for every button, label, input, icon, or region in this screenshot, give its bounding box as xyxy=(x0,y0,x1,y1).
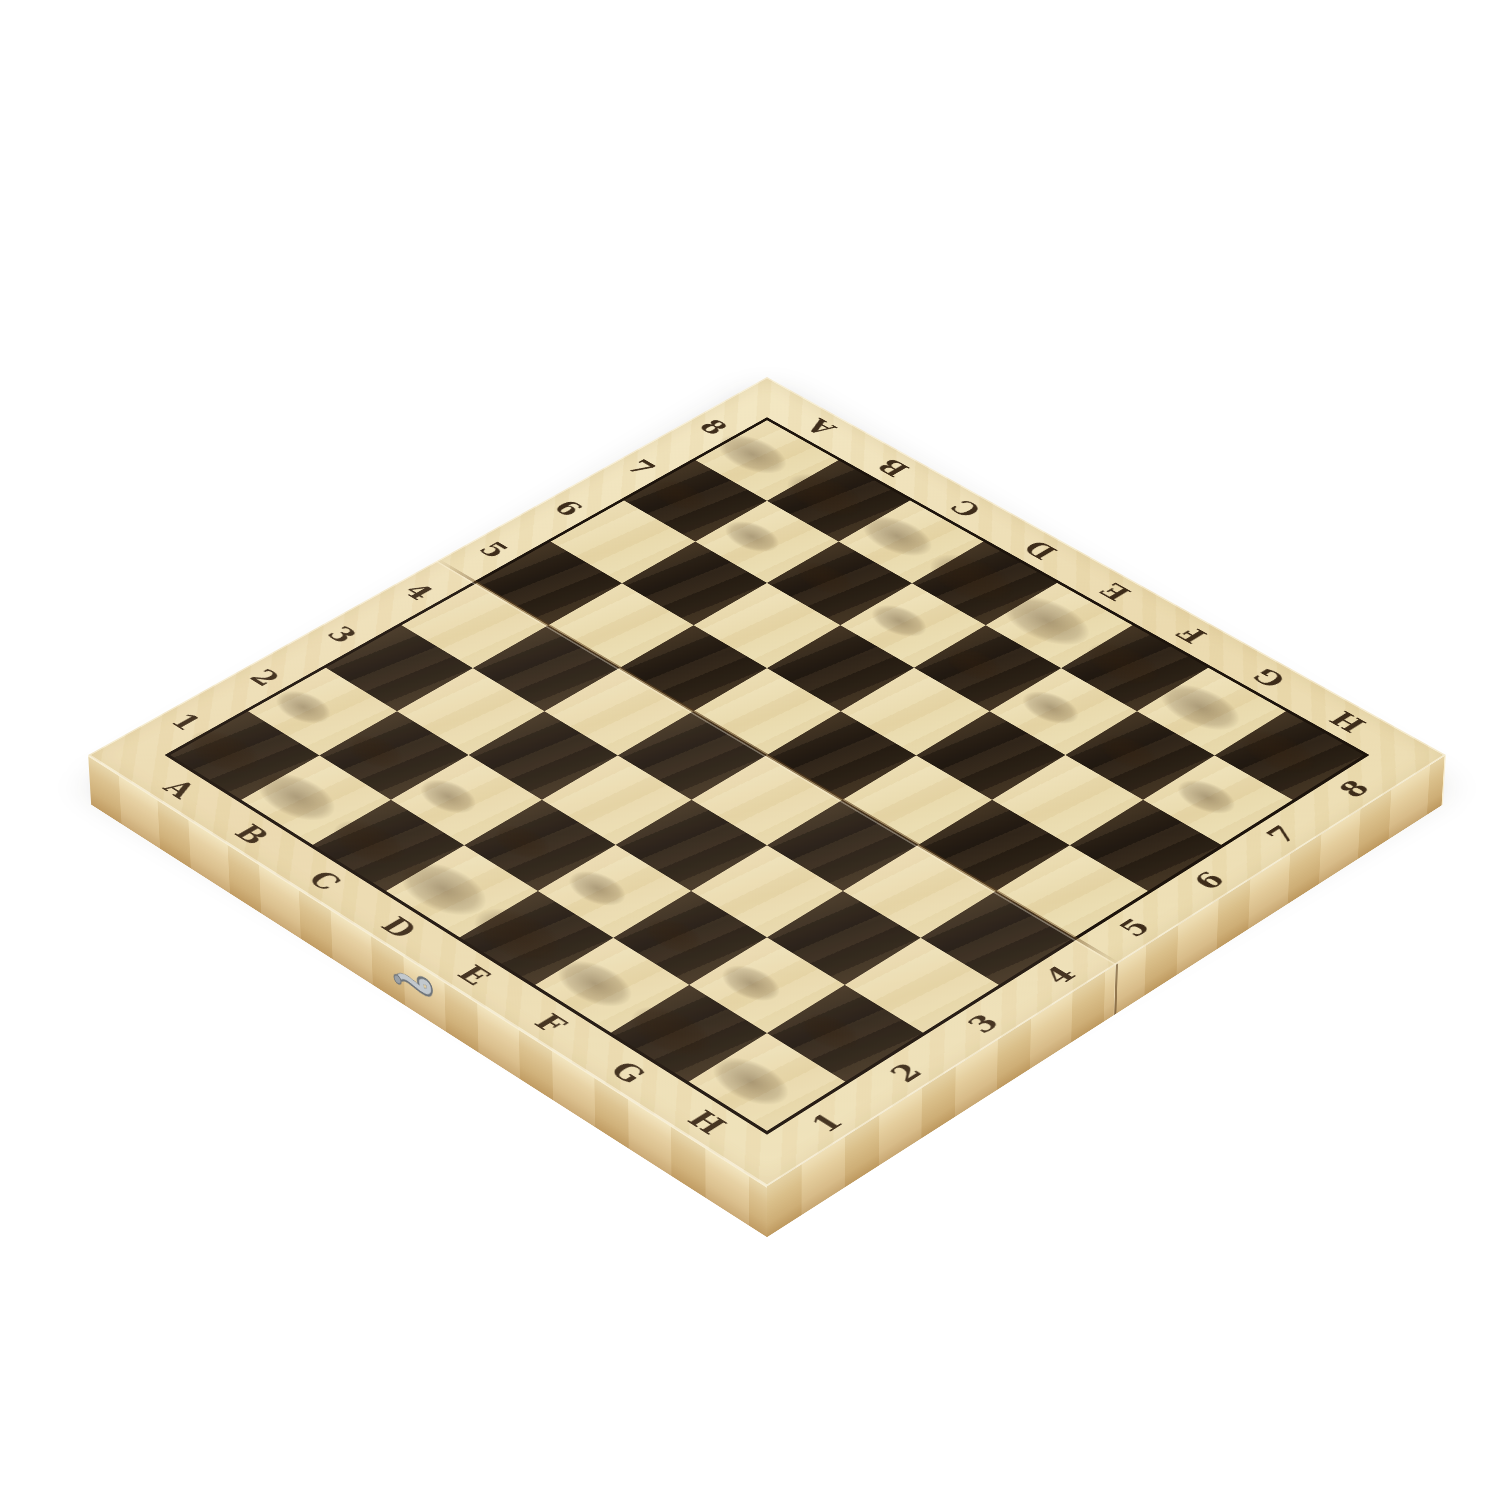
square-f3[interactable] xyxy=(691,845,844,938)
fold-seam-side xyxy=(1114,963,1118,1015)
shadow-g1 xyxy=(617,998,728,1067)
square-f5[interactable] xyxy=(842,755,992,845)
board-top-face: ABCDEFGH 87654321 87654321 ABCDEFGH xyxy=(88,377,1446,1186)
square-d2[interactable] xyxy=(464,800,615,891)
square-h1[interactable] xyxy=(688,1033,845,1131)
square-g2[interactable] xyxy=(690,937,845,1032)
shadow-d2 xyxy=(484,819,561,866)
square-e1[interactable] xyxy=(460,891,614,985)
shadow-h7 xyxy=(1167,774,1245,820)
square-c2[interactable] xyxy=(391,755,541,845)
square-f1[interactable] xyxy=(535,937,690,1032)
shadow-h1 xyxy=(699,1049,802,1113)
shadow-f2 xyxy=(634,912,712,960)
square-h7[interactable] xyxy=(1143,755,1293,845)
shadow-h2 xyxy=(790,1007,870,1057)
rank-labels-right: 87654321 xyxy=(767,755,1410,1160)
square-e2[interactable] xyxy=(538,845,691,938)
square-h3[interactable] xyxy=(844,937,999,1032)
product-photo-stage: ABCDEFGH 87654321 87654321 ABCDEFGH xyxy=(0,0,1500,1500)
scene: ABCDEFGH 87654321 87654321 ABCDEFGH xyxy=(0,0,1500,1500)
square-e4[interactable] xyxy=(692,755,842,845)
shadow-b1 xyxy=(244,765,350,829)
square-c1[interactable] xyxy=(313,800,464,891)
shadow-c1 xyxy=(320,813,418,873)
shadow-e1 xyxy=(458,899,578,973)
square-d1[interactable] xyxy=(386,845,539,938)
file-labels-near: ABCDEFGH xyxy=(124,755,767,1160)
shadow-f1 xyxy=(544,952,645,1014)
square-g1[interactable] xyxy=(611,985,767,1082)
square-h6[interactable] xyxy=(1070,800,1221,891)
shadow-c2 xyxy=(410,774,486,820)
square-g4[interactable] xyxy=(843,845,996,938)
square-g3[interactable] xyxy=(767,891,921,985)
square-b1[interactable] xyxy=(241,755,391,845)
shadow-d1 xyxy=(385,853,503,925)
square-g6[interactable] xyxy=(992,755,1142,845)
square-d3[interactable] xyxy=(542,755,692,845)
square-f2[interactable] xyxy=(613,891,767,985)
square-e3[interactable] xyxy=(616,800,767,891)
square-h4[interactable] xyxy=(921,891,1075,985)
square-h5[interactable] xyxy=(996,845,1149,938)
square-h2[interactable] xyxy=(767,985,923,1082)
shadow-e2 xyxy=(558,865,636,912)
square-f4[interactable] xyxy=(767,800,918,891)
chess-grid xyxy=(165,417,1370,1134)
shadow-g2 xyxy=(711,959,790,1008)
square-g5[interactable] xyxy=(918,800,1069,891)
